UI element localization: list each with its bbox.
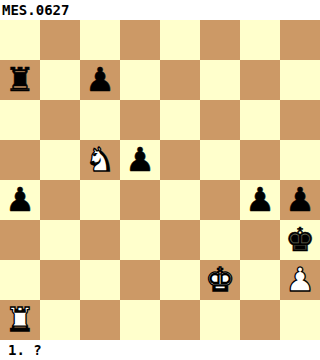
square-e8[interactable] bbox=[160, 20, 200, 60]
square-b4[interactable] bbox=[40, 180, 80, 220]
chess-board: ♜♟♞♟♟♟♟♚♚♟♜ bbox=[0, 20, 320, 340]
square-e2[interactable] bbox=[160, 260, 200, 300]
square-a5[interactable] bbox=[0, 140, 40, 180]
black-pawn-g4: ♟ bbox=[240, 180, 280, 220]
square-e5[interactable] bbox=[160, 140, 200, 180]
square-f6[interactable] bbox=[200, 100, 240, 140]
square-f4[interactable] bbox=[200, 180, 240, 220]
square-e1[interactable] bbox=[160, 300, 200, 340]
white-pawn-h2: ♟ bbox=[280, 260, 320, 300]
square-c5[interactable]: ♞ bbox=[80, 140, 120, 180]
square-d7[interactable] bbox=[120, 60, 160, 100]
square-c6[interactable] bbox=[80, 100, 120, 140]
square-h8[interactable] bbox=[280, 20, 320, 60]
black-pawn-c7: ♟ bbox=[80, 60, 120, 100]
move-prompt: 1. ? bbox=[0, 340, 320, 360]
square-f5[interactable] bbox=[200, 140, 240, 180]
square-g5[interactable] bbox=[240, 140, 280, 180]
square-e4[interactable] bbox=[160, 180, 200, 220]
square-a3[interactable] bbox=[0, 220, 40, 260]
square-d1[interactable] bbox=[120, 300, 160, 340]
square-a7[interactable]: ♜ bbox=[0, 60, 40, 100]
square-a8[interactable] bbox=[0, 20, 40, 60]
square-f8[interactable] bbox=[200, 20, 240, 60]
chess-diagram: MES.0627 ♜♟♞♟♟♟♟♚♚♟♜ 1. ? bbox=[0, 0, 320, 360]
square-a1[interactable]: ♜ bbox=[0, 300, 40, 340]
square-b2[interactable] bbox=[40, 260, 80, 300]
square-h6[interactable] bbox=[280, 100, 320, 140]
square-b3[interactable] bbox=[40, 220, 80, 260]
black-pawn-h4: ♟ bbox=[280, 180, 320, 220]
square-a4[interactable]: ♟ bbox=[0, 180, 40, 220]
square-d4[interactable] bbox=[120, 180, 160, 220]
square-g7[interactable] bbox=[240, 60, 280, 100]
square-b5[interactable] bbox=[40, 140, 80, 180]
square-h4[interactable]: ♟ bbox=[280, 180, 320, 220]
square-d6[interactable] bbox=[120, 100, 160, 140]
square-f2[interactable]: ♚ bbox=[200, 260, 240, 300]
square-f3[interactable] bbox=[200, 220, 240, 260]
square-e3[interactable] bbox=[160, 220, 200, 260]
square-h3[interactable]: ♚ bbox=[280, 220, 320, 260]
square-h2[interactable]: ♟ bbox=[280, 260, 320, 300]
square-f1[interactable] bbox=[200, 300, 240, 340]
square-b8[interactable] bbox=[40, 20, 80, 60]
black-pawn-a4: ♟ bbox=[0, 180, 40, 220]
square-e6[interactable] bbox=[160, 100, 200, 140]
square-d3[interactable] bbox=[120, 220, 160, 260]
square-h7[interactable] bbox=[280, 60, 320, 100]
square-b1[interactable] bbox=[40, 300, 80, 340]
square-g8[interactable] bbox=[240, 20, 280, 60]
square-d5[interactable]: ♟ bbox=[120, 140, 160, 180]
diagram-title: MES.0627 bbox=[0, 0, 320, 20]
square-c8[interactable] bbox=[80, 20, 120, 60]
square-f7[interactable] bbox=[200, 60, 240, 100]
square-a6[interactable] bbox=[0, 100, 40, 140]
square-d8[interactable] bbox=[120, 20, 160, 60]
black-rook-a7: ♜ bbox=[0, 60, 40, 100]
square-g2[interactable] bbox=[240, 260, 280, 300]
square-c7[interactable]: ♟ bbox=[80, 60, 120, 100]
square-e7[interactable] bbox=[160, 60, 200, 100]
square-c3[interactable] bbox=[80, 220, 120, 260]
white-rook-a1: ♜ bbox=[0, 300, 40, 340]
square-b6[interactable] bbox=[40, 100, 80, 140]
square-c4[interactable] bbox=[80, 180, 120, 220]
square-b7[interactable] bbox=[40, 60, 80, 100]
square-d2[interactable] bbox=[120, 260, 160, 300]
square-h1[interactable] bbox=[280, 300, 320, 340]
square-c1[interactable] bbox=[80, 300, 120, 340]
black-pawn-d5: ♟ bbox=[120, 140, 160, 180]
square-a2[interactable] bbox=[0, 260, 40, 300]
black-king-h3: ♚ bbox=[280, 220, 320, 260]
square-g6[interactable] bbox=[240, 100, 280, 140]
white-king-f2: ♚ bbox=[200, 260, 240, 300]
square-h5[interactable] bbox=[280, 140, 320, 180]
white-knight-c5: ♞ bbox=[80, 140, 120, 180]
square-g1[interactable] bbox=[240, 300, 280, 340]
square-c2[interactable] bbox=[80, 260, 120, 300]
square-g3[interactable] bbox=[240, 220, 280, 260]
square-g4[interactable]: ♟ bbox=[240, 180, 280, 220]
